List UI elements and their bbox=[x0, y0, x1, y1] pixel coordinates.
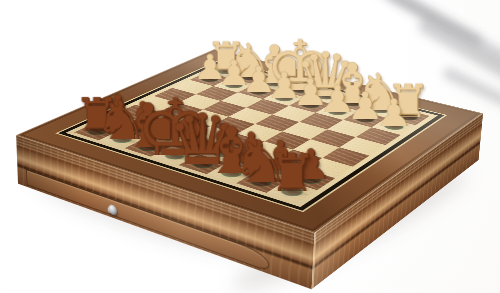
chess-set-photo: ♜♞♝♛♚♝♞♜♟♟♟♟♟♟♟♟♟♟♟♟♟♟♟♟♜♞♝♛♚♝♞♜ bbox=[0, 0, 500, 293]
square-a3[interactable] bbox=[356, 127, 401, 145]
drawer-knob[interactable] bbox=[109, 204, 117, 217]
chess-case: ♜♞♝♛♚♝♞♜♟♟♟♟♟♟♟♟♟♟♟♟♟♟♟♟♜♞♝♛♚♝♞♜ bbox=[16, 49, 483, 233]
piece-white-pawn-a2[interactable]: ♟ bbox=[358, 90, 428, 132]
piece-black-rook-a8[interactable]: ♜ bbox=[252, 140, 332, 199]
